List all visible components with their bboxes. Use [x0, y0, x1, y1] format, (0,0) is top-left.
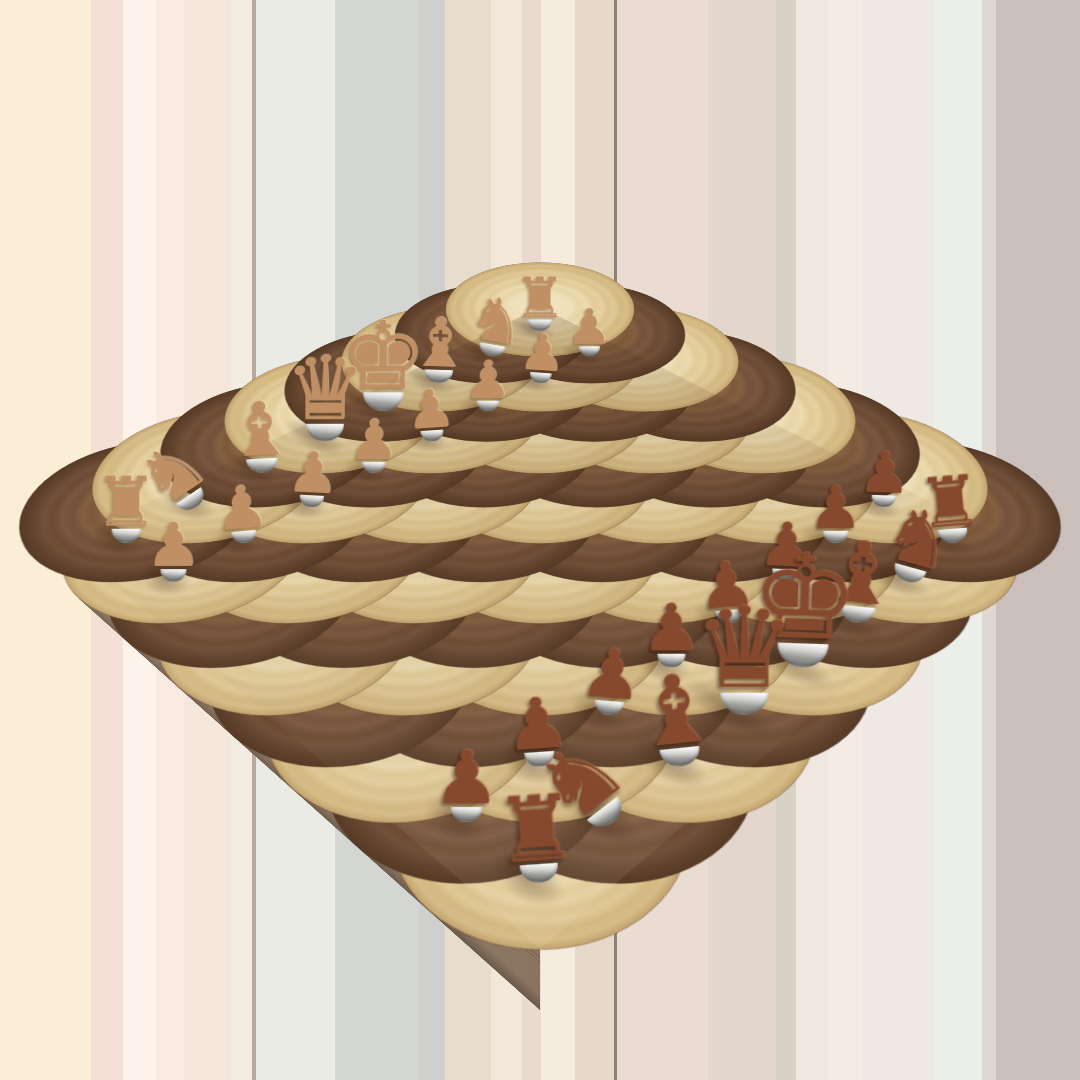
chessboard: ♜♟♟♜♞♟♟♞♝♟♟♝♚♟♟♚♛♟♟♛♝♟♟♝♞♟♟♞♜♟♟♜ — [67, 307, 1013, 949]
black-rook-glyph: ♜ — [492, 787, 580, 872]
white-pawn-glyph: ♟ — [145, 519, 201, 573]
scene: ♜♟♟♜♞♟♟♞♝♟♟♝♚♟♟♚♛♟♟♛♝♟♟♝♞♟♟♞♜♟♟♜ — [0, 0, 1080, 1080]
white-pawn[interactable]: ♟ — [98, 519, 250, 582]
black-rook[interactable]: ♜ — [439, 784, 635, 890]
